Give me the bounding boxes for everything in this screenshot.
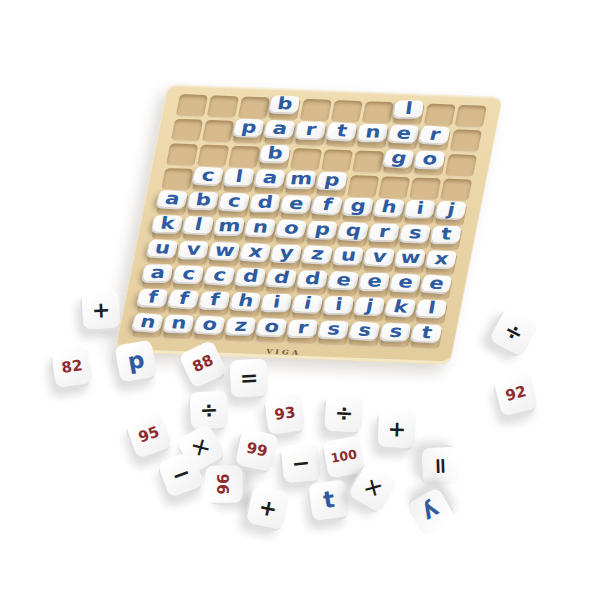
board-cell: f: [137, 291, 169, 314]
board-cell: [207, 95, 239, 118]
board-cell: n: [163, 317, 195, 340]
board-tile-l[interactable]: l: [183, 216, 215, 234]
board-cell: n: [244, 221, 276, 244]
board-tile-h[interactable]: h: [373, 198, 405, 216]
board-tile-f[interactable]: f: [137, 289, 168, 307]
board-tile-o[interactable]: o: [256, 318, 288, 336]
board-tile-s[interactable]: s: [349, 321, 381, 340]
board-cell: b: [259, 147, 291, 170]
board-tile-p[interactable]: p: [317, 171, 348, 189]
board-tile-u[interactable]: u: [333, 247, 364, 264]
board-tile-t[interactable]: t: [431, 226, 461, 243]
board-cell: [409, 177, 441, 200]
board-cell: d: [234, 270, 266, 293]
board-cell: [450, 129, 482, 152]
board-cell: s: [318, 323, 350, 346]
board-cell: [202, 120, 234, 143]
board-cell: [362, 101, 394, 124]
board-cell: h: [230, 295, 262, 318]
board-cell: z: [301, 248, 333, 271]
board-tile-a[interactable]: a: [254, 169, 286, 187]
board-tile-q[interactable]: q: [337, 222, 369, 240]
board-cell: a: [156, 193, 188, 216]
board-cell: t: [411, 326, 443, 349]
loose-tile-+[interactable]: +: [246, 486, 290, 530]
board-tile-l[interactable]: l: [224, 168, 255, 185]
board-tile-z[interactable]: z: [302, 245, 334, 263]
board-tile-f[interactable]: f: [199, 291, 230, 308]
board-cell: v: [363, 250, 395, 273]
loose-tile-+[interactable]: +: [82, 291, 121, 330]
board-tile-s[interactable]: s: [380, 323, 411, 340]
board-tile-c[interactable]: c: [219, 192, 251, 210]
board-cell: s: [380, 325, 412, 348]
board-tile-d[interactable]: d: [266, 268, 298, 286]
board-tile-i[interactable]: i: [292, 294, 324, 312]
board-cell: d: [249, 196, 281, 219]
loose-tile-82[interactable]: 82: [51, 346, 93, 388]
board-cell: s: [349, 324, 381, 347]
board-tile-l[interactable]: l: [416, 300, 447, 317]
board-cell: f: [311, 199, 343, 222]
board-tile-k[interactable]: k: [152, 215, 183, 232]
board-cell: [347, 175, 379, 198]
board-tile-u[interactable]: u: [147, 239, 179, 257]
board-cell: a: [264, 122, 296, 145]
board-cell: e: [389, 276, 421, 299]
loose-tile-99[interactable]: 99: [235, 428, 279, 472]
board-tile-s[interactable]: s: [400, 224, 432, 242]
board-cell: r: [419, 128, 451, 151]
loose-tile-95[interactable]: 95: [125, 411, 172, 458]
board-cell: u: [146, 242, 178, 265]
board-cell: e: [327, 274, 359, 297]
board-cell: a: [254, 172, 286, 195]
board-cell: r: [368, 226, 400, 249]
board-cell: c: [218, 195, 250, 218]
board-tile-b[interactable]: b: [260, 145, 291, 162]
board-tile-v[interactable]: v: [364, 248, 396, 266]
board-cell: [290, 148, 322, 171]
board-cell: z: [225, 319, 257, 342]
board-tile-d[interactable]: d: [235, 268, 266, 285]
board-cell: f: [168, 292, 200, 315]
board-tile-y[interactable]: y: [271, 244, 302, 261]
board-tile-n[interactable]: n: [132, 313, 164, 332]
board-cell: m: [285, 173, 317, 196]
board-cell: o: [414, 153, 446, 176]
board-tile-c[interactable]: c: [173, 265, 204, 283]
board-tile-p[interactable]: p: [233, 119, 264, 136]
board-cell: v: [177, 243, 209, 266]
board-tile-o[interactable]: o: [414, 151, 445, 168]
board-cell: i: [404, 202, 436, 225]
board-cell: g: [383, 152, 415, 175]
board-cell: h: [373, 201, 405, 224]
board-tile-e[interactable]: e: [328, 271, 360, 289]
board-cell: g: [342, 200, 374, 223]
board-tile-a[interactable]: a: [264, 120, 296, 138]
board-tile-a[interactable]: a: [157, 190, 189, 208]
board-cell: p: [306, 223, 338, 246]
board-cell: l: [415, 302, 447, 325]
loose-tile-t[interactable]: t: [308, 479, 350, 521]
board-cell: e: [388, 127, 420, 150]
board-tile-j[interactable]: j: [354, 297, 385, 315]
board-cell: c: [192, 169, 224, 192]
board-cell: j: [354, 299, 386, 322]
loose-tile-÷[interactable]: ÷: [325, 394, 364, 433]
board-cell: i: [261, 296, 293, 319]
board-cell: l: [223, 170, 255, 193]
board-cell: [331, 100, 363, 123]
board-cell: [321, 149, 353, 172]
loose-tile-=[interactable]: =: [230, 359, 269, 398]
board-cell: m: [213, 220, 245, 243]
board-cell: x: [425, 253, 457, 276]
board-cell: [454, 105, 486, 128]
board-cell: [238, 96, 270, 119]
board-tile-o[interactable]: o: [275, 219, 307, 238]
board-tile-d[interactable]: d: [297, 270, 328, 287]
board-cell: s: [399, 227, 431, 250]
loose-tile-=[interactable]: =: [422, 447, 460, 485]
board-cell: j: [435, 203, 467, 226]
board-tile-r[interactable]: r: [288, 320, 318, 337]
board-tile-f[interactable]: f: [311, 196, 343, 215]
board-tile-a[interactable]: a: [143, 265, 173, 282]
board-tile-g[interactable]: g: [343, 197, 374, 214]
board-cell: n: [132, 316, 164, 339]
board-tile-r[interactable]: r: [369, 223, 400, 240]
board-cell: k: [384, 301, 416, 324]
board-cell: [440, 179, 472, 202]
board-cell: [424, 104, 456, 127]
loose-tile-+[interactable]: +: [378, 410, 416, 448]
loose-tile-100[interactable]: 100: [323, 436, 366, 479]
board-cell: b: [187, 194, 219, 217]
board-tile-j[interactable]: j: [435, 201, 467, 219]
board-cell: [300, 99, 332, 122]
board-tile-n[interactable]: n: [245, 218, 276, 236]
board-grid: blpartnerbgoclampabcdefghijklmnopqrstuvw…: [132, 94, 487, 350]
board-tile-k[interactable]: k: [385, 298, 417, 317]
board-cell: t: [430, 228, 462, 251]
board-cell: o: [275, 222, 307, 245]
board-tile-f[interactable]: f: [168, 289, 200, 308]
board-tile-t[interactable]: t: [326, 122, 358, 140]
board-cell: l: [182, 218, 214, 241]
board-cell: r: [287, 322, 319, 345]
board-tile-l[interactable]: l: [394, 100, 424, 117]
product-photo-scene: blpartnerbgoclampabcdefghijklmnopqrstuvw…: [0, 0, 600, 600]
board-tile-d[interactable]: d: [250, 194, 280, 211]
board-cell: [197, 145, 229, 168]
board-tile-m[interactable]: m: [214, 218, 244, 235]
board-cell: [171, 119, 203, 142]
board-cell: u: [332, 249, 364, 272]
board-cell: [166, 143, 198, 166]
board-tile-i[interactable]: i: [261, 294, 292, 311]
board-cell: l: [393, 102, 425, 125]
board-tile-w[interactable]: w: [209, 242, 240, 260]
board-tile-e[interactable]: e: [421, 274, 453, 293]
board-tile-i[interactable]: i: [405, 200, 436, 217]
board-cell: o: [194, 318, 226, 341]
board-tile-x[interactable]: x: [240, 243, 272, 262]
board-cell: k: [151, 217, 183, 240]
board-cell: b: [269, 98, 301, 121]
board-cell: i: [292, 297, 324, 320]
board-tile-e[interactable]: e: [359, 273, 389, 290]
board-cell: o: [256, 321, 288, 344]
board-cell: w: [208, 244, 240, 267]
board-tile-p[interactable]: p: [307, 221, 338, 238]
board-frame: blpartnerbgoclampabcdefghijklmnopqrstuvw…: [115, 84, 503, 365]
board-cell: [352, 150, 384, 173]
board-cell: [161, 168, 193, 191]
board-cell: p: [316, 174, 348, 197]
board-tile-g[interactable]: g: [383, 149, 415, 168]
board-tile-h[interactable]: h: [230, 292, 262, 310]
board-tile-m[interactable]: m: [286, 171, 316, 188]
board-cell: t: [326, 125, 358, 148]
board-tile-n[interactable]: n: [358, 124, 388, 141]
board-cell: p: [233, 121, 265, 144]
board-tile-b[interactable]: b: [269, 95, 300, 112]
board-tile-z[interactable]: z: [226, 317, 257, 334]
board-tile-x[interactable]: x: [426, 250, 457, 268]
board-cell: f: [199, 293, 231, 316]
loose-tile-93[interactable]: 93: [264, 393, 306, 435]
board-tile-s[interactable]: s: [318, 320, 349, 338]
board-tile-w[interactable]: w: [395, 249, 425, 266]
board-cell: w: [394, 251, 426, 274]
board-cell: d: [265, 271, 297, 294]
board-tile-r[interactable]: r: [296, 121, 327, 138]
board-tile-t[interactable]: t: [411, 324, 443, 342]
loose-tile-p[interactable]: p: [115, 340, 158, 383]
loose-tile-÷[interactable]: ÷: [190, 391, 228, 429]
board-tile-i[interactable]: i: [324, 296, 354, 313]
board-cell: [176, 94, 208, 117]
board-cell: q: [337, 224, 369, 247]
board-tile-e[interactable]: e: [390, 274, 421, 292]
board-tile-c[interactable]: c: [204, 266, 236, 285]
board-cell: [445, 154, 477, 177]
board-tile-v[interactable]: v: [178, 241, 208, 258]
board-tile-c[interactable]: c: [192, 166, 224, 184]
board-cell: d: [296, 272, 328, 295]
board-tile-e[interactable]: e: [388, 125, 419, 143]
board-cell: a: [142, 266, 174, 289]
board-cell: n: [357, 126, 389, 149]
board-cell: i: [323, 298, 355, 321]
loose-tile-92[interactable]: 92: [494, 372, 539, 417]
board-cell: e: [280, 197, 312, 220]
board-tile-r[interactable]: r: [419, 125, 451, 144]
board-cell: [378, 176, 410, 199]
loose-tile-÷[interactable]: ÷: [489, 307, 539, 357]
board-tile-e[interactable]: e: [281, 195, 312, 213]
board-cell: e: [358, 275, 390, 298]
board-tile-b[interactable]: b: [188, 192, 219, 209]
board-tile-o[interactable]: o: [194, 315, 226, 333]
loose-tile-−[interactable]: −: [281, 443, 322, 484]
board-cell: r: [295, 123, 327, 146]
board-cell: [228, 146, 260, 169]
loose-tile-y[interactable]: y: [406, 487, 457, 538]
board-tile-n[interactable]: n: [163, 315, 194, 332]
board-cell: c: [173, 268, 205, 291]
loose-tile-96[interactable]: 96: [206, 466, 243, 503]
board-cell: x: [239, 245, 271, 268]
board-cell: y: [270, 247, 302, 270]
letter-board: blpartnerbgoclampabcdefghijklmnopqrstuvw…: [115, 84, 503, 365]
board-cell: e: [420, 277, 452, 300]
board-cell: c: [204, 269, 236, 292]
